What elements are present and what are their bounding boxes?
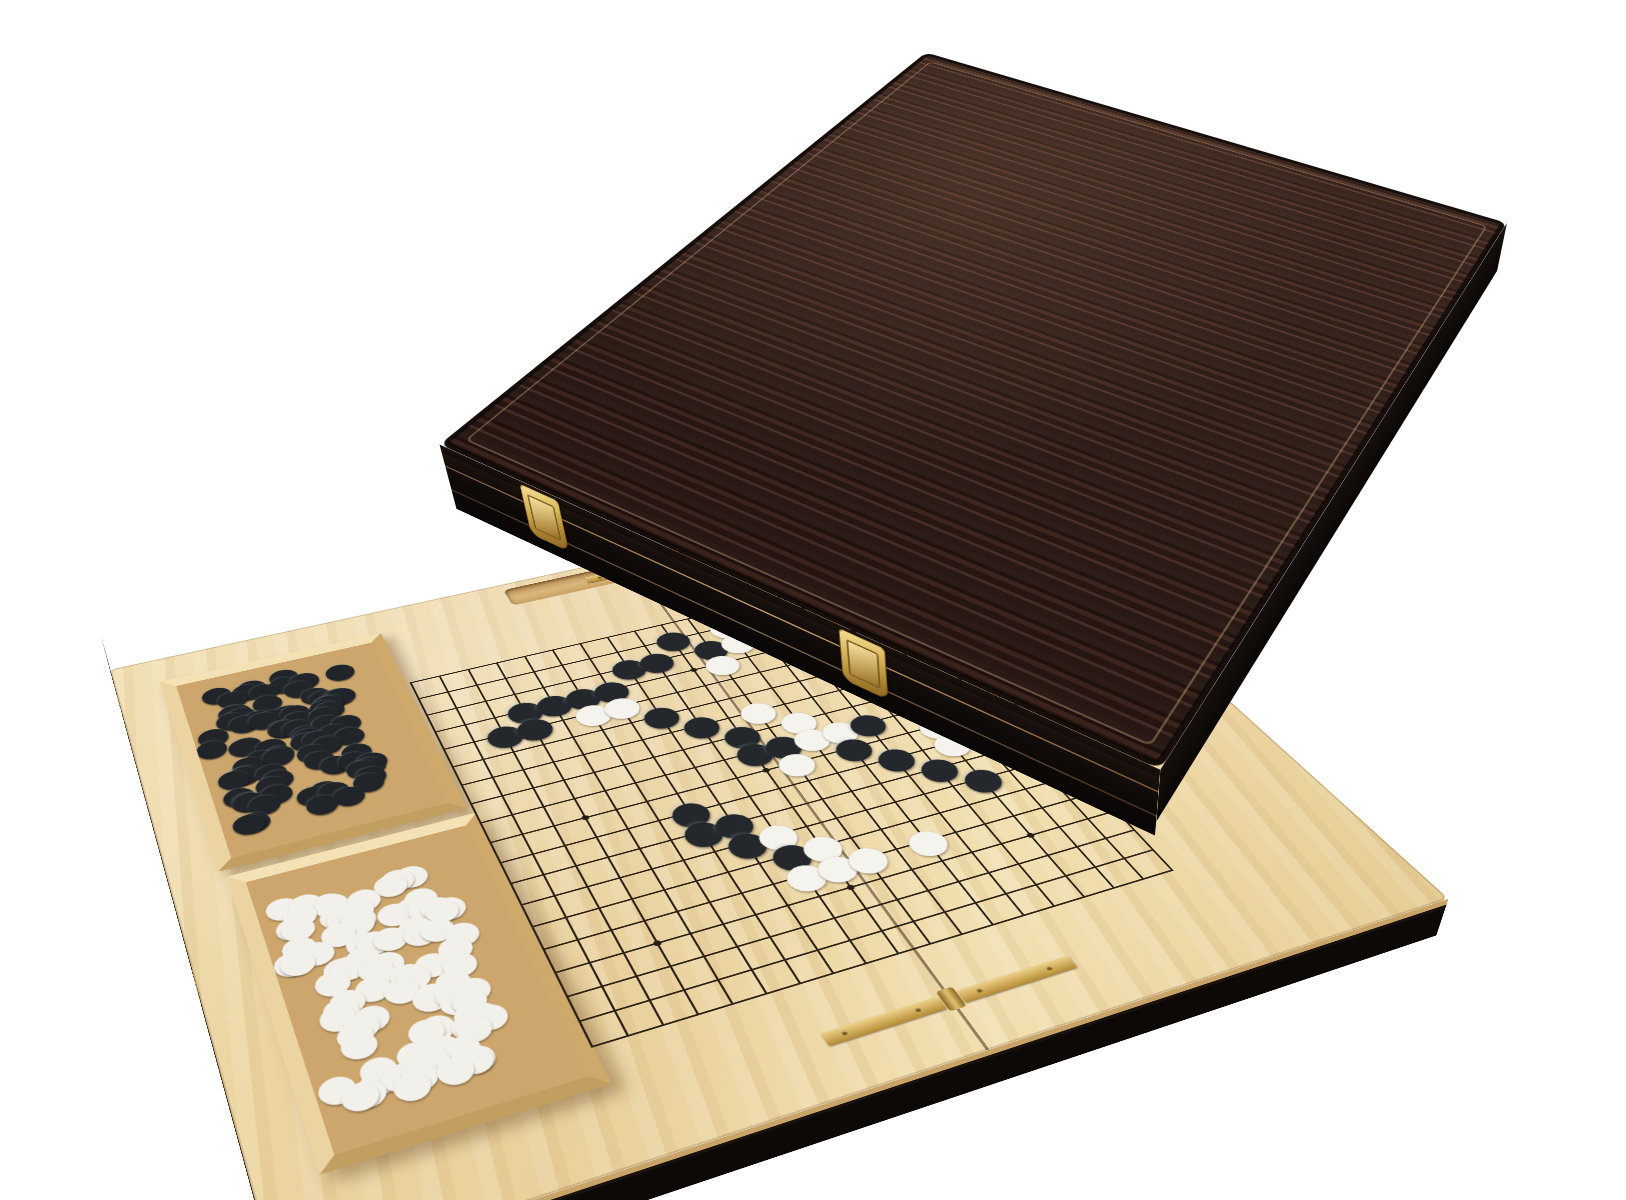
star-point [581, 815, 590, 821]
white-tray-stone[interactable]: ● [340, 1018, 380, 1030]
black-stone[interactable]: ● [726, 838, 766, 849]
white-tray-stone[interactable]: ● [377, 1068, 418, 1080]
white-tray-stone[interactable]: ● [317, 1010, 357, 1022]
black-tray-stone[interactable]: ● [331, 790, 366, 799]
white-tray-stone[interactable]: ● [370, 931, 408, 941]
bottom-hinge-knuckle-icon [936, 986, 967, 1011]
black-stone[interactable]: ● [637, 657, 673, 666]
white-tray-stone[interactable]: ● [296, 946, 335, 957]
white-tray-stone[interactable]: ● [453, 982, 492, 993]
white-tray-stone[interactable]: ● [355, 961, 394, 972]
white-stone[interactable]: ● [907, 835, 946, 846]
black-stone[interactable]: ● [848, 719, 884, 728]
black-tray-stone[interactable]: ● [220, 791, 256, 800]
white-tray-stone[interactable]: ● [342, 951, 381, 962]
white-tray-stone[interactable]: ● [312, 976, 352, 987]
black-tray-stone[interactable]: ● [215, 774, 250, 782]
white-stone-pile[interactable]: ●●●●●●●●●●●●●●●●●●●●●●●●●●●●●●●●●●●●●●●●… [246, 825, 589, 1155]
white-tray-stone[interactable]: ● [448, 1018, 488, 1030]
black-tray-stone[interactable]: ● [253, 780, 288, 789]
white-tray-stone[interactable]: ● [343, 936, 381, 947]
white-tray-stone[interactable]: ● [398, 1068, 439, 1080]
white-tray-stone[interactable]: ● [381, 983, 420, 994]
black-tray-stone[interactable]: ● [351, 776, 385, 784]
white-tray-stone[interactable]: ● [277, 956, 316, 967]
white-tray-stone[interactable]: ● [344, 893, 381, 903]
white-tray-stone[interactable]: ● [451, 1008, 490, 1019]
white-tray-stone[interactable]: ● [400, 926, 438, 936]
white-tray-stone[interactable]: ● [448, 992, 487, 1003]
black-tray-stone[interactable]: ● [258, 788, 293, 797]
black-tray-stone[interactable]: ● [323, 667, 355, 674]
black-stone[interactable]: ● [669, 807, 709, 818]
white-tray-stone[interactable]: ● [273, 921, 311, 931]
black-stone[interactable]: ● [770, 849, 810, 860]
white-tray-stone[interactable]: ● [390, 1077, 431, 1089]
black-tray-stone[interactable]: ● [231, 796, 267, 805]
white-tray-stone[interactable]: ● [394, 1047, 435, 1059]
star-point [1026, 832, 1036, 838]
white-tray-stone[interactable]: ● [323, 912, 361, 922]
white-tray-stone[interactable]: ● [317, 910, 355, 920]
black-tray-stone[interactable]: ● [246, 798, 282, 807]
white-tray-stone[interactable]: ● [350, 1010, 390, 1022]
white-tray-stone[interactable]: ● [366, 956, 405, 967]
white-tray-stone[interactable]: ● [374, 907, 411, 917]
white-tray-stone[interactable]: ● [429, 901, 466, 911]
white-tray-stone[interactable]: ● [345, 1084, 387, 1097]
white-tray-stone[interactable]: ● [378, 873, 415, 883]
black-stone[interactable]: ● [514, 723, 553, 732]
star-point [690, 667, 698, 672]
white-tray-stone[interactable]: ● [432, 987, 471, 998]
white-tray-stone[interactable]: ● [352, 981, 391, 992]
white-tray-stone[interactable]: ● [392, 869, 428, 879]
white-tray-stone[interactable]: ● [358, 1072, 400, 1084]
white-tray-stone[interactable]: ● [362, 970, 401, 981]
white-stone[interactable]: ● [846, 852, 886, 863]
white-tray-stone[interactable]: ● [315, 1082, 357, 1095]
white-tray-stone[interactable]: ● [405, 903, 442, 913]
white-tray-stone[interactable]: ● [271, 957, 310, 968]
star-point [846, 884, 856, 891]
white-tray-stone[interactable]: ● [328, 960, 367, 971]
white-tray-stone[interactable]: ● [422, 904, 459, 914]
white-tray-stone[interactable]: ● [395, 920, 433, 930]
black-tray-stone[interactable]: ● [235, 816, 271, 825]
white-tray-stone[interactable]: ● [406, 1024, 446, 1036]
white-tray-stone[interactable]: ● [421, 1040, 461, 1052]
white-tray-stone[interactable]: ● [286, 898, 324, 908]
white-tray-stone[interactable]: ● [320, 962, 359, 973]
white-tray-stone[interactable]: ● [453, 1021, 493, 1033]
white-tray-stone[interactable]: ● [439, 957, 477, 968]
white-tray-stone[interactable]: ● [453, 1051, 493, 1063]
white-tray-stone[interactable]: ● [338, 1088, 380, 1101]
white-tray-stone[interactable]: ● [334, 1028, 375, 1040]
white-tray-stone[interactable]: ● [337, 911, 375, 921]
white-tray-stone[interactable]: ● [418, 922, 456, 932]
white-tray-stone[interactable]: ● [416, 1019, 456, 1031]
white-stone[interactable]: ● [776, 758, 814, 768]
white-tray-stone[interactable]: ● [338, 916, 376, 926]
white-tray-stone[interactable]: ● [387, 968, 426, 979]
white-tray-stone[interactable]: ● [459, 1007, 498, 1018]
white-tray-stone[interactable]: ● [357, 1062, 398, 1074]
black-tray-stone[interactable]: ● [229, 795, 265, 804]
white-tray-stone[interactable]: ● [309, 897, 347, 907]
white-tray-stone[interactable]: ● [437, 994, 476, 1005]
white-stone[interactable]: ● [801, 841, 841, 852]
white-tray-stone[interactable]: ● [279, 941, 318, 952]
white-stone-tray[interactable]: ●●●●●●●●●●●●●●●●●●●●●●●●●●●●●●●●●●●●●●●●… [227, 812, 612, 1174]
white-tray-stone[interactable]: ● [456, 1050, 496, 1062]
go-set-product-photo: ●●●●●●●●●●●●●●●●●●●●●●●●●●●●●●●●●●●●●●●●… [0, 0, 1626, 1200]
white-tray-stone[interactable]: ● [410, 1053, 451, 1065]
white-stone[interactable]: ● [815, 861, 855, 872]
white-tray-stone[interactable]: ● [398, 1065, 439, 1077]
white-tray-stone[interactable]: ● [393, 900, 430, 910]
black-stone-pile[interactable]: ●●●●●●●●●●●●●●●●●●●●●●●●●●●●●●●●●●●●●●●●… [176, 643, 448, 858]
white-tray-stone[interactable]: ● [441, 1041, 481, 1053]
white-tray-stone[interactable]: ● [432, 974, 471, 985]
black-tray-stone[interactable]: ● [230, 818, 266, 827]
black-tray-stone[interactable]: ● [316, 785, 351, 794]
white-tray-stone[interactable]: ● [434, 1062, 475, 1074]
white-tray-stone[interactable]: ● [263, 902, 301, 912]
white-stone[interactable]: ● [784, 870, 825, 882]
white-tray-stone[interactable]: ● [442, 926, 479, 936]
black-tray-stone[interactable]: ● [294, 790, 329, 799]
white-tray-stone[interactable]: ● [311, 900, 349, 910]
white-tray-stone[interactable]: ● [278, 922, 316, 932]
black-stone-tray[interactable]: ●●●●●●●●●●●●●●●●●●●●●●●●●●●●●●●●●●●●●●●●… [160, 633, 468, 872]
bottom-hinge-left-plate-icon [821, 996, 947, 1046]
white-tray-stone[interactable]: ● [412, 957, 450, 968]
white-tray-stone[interactable]: ● [371, 879, 408, 889]
white-tray-stone[interactable]: ● [339, 912, 377, 922]
white-stone[interactable]: ● [703, 659, 739, 668]
white-stone[interactable]: ● [756, 829, 796, 840]
white-tray-stone[interactable]: ● [337, 903, 375, 913]
white-tray-stone[interactable]: ● [418, 901, 455, 911]
white-tray-stone[interactable]: ● [312, 898, 350, 908]
white-tray-stone[interactable]: ● [280, 908, 318, 918]
star-point [652, 940, 662, 947]
white-tray-stone[interactable]: ● [318, 928, 356, 938]
white-tray-stone[interactable]: ● [353, 935, 391, 945]
white-tray-stone[interactable]: ● [326, 994, 366, 1005]
black-tray-stone[interactable]: ● [307, 784, 342, 793]
white-tray-stone[interactable]: ● [337, 1037, 378, 1049]
bottom-hinge-right-plate-icon [956, 956, 1077, 1003]
white-tray-stone[interactable]: ● [320, 1002, 360, 1013]
white-tray-stone[interactable]: ● [410, 990, 449, 1001]
white-tray-stone[interactable]: ● [402, 892, 439, 902]
black-stone[interactable]: ● [682, 826, 722, 837]
black-tray-stone[interactable]: ● [304, 798, 339, 807]
black-tray-stone[interactable]: ● [194, 744, 229, 752]
white-tray-stone[interactable]: ● [411, 987, 450, 998]
white-tray-stone[interactable]: ● [435, 941, 473, 952]
black-stone[interactable]: ● [963, 773, 1000, 783]
white-tray-stone[interactable]: ● [469, 1009, 508, 1021]
black-stone[interactable]: ● [713, 818, 753, 829]
white-tray-stone[interactable]: ● [393, 970, 432, 981]
